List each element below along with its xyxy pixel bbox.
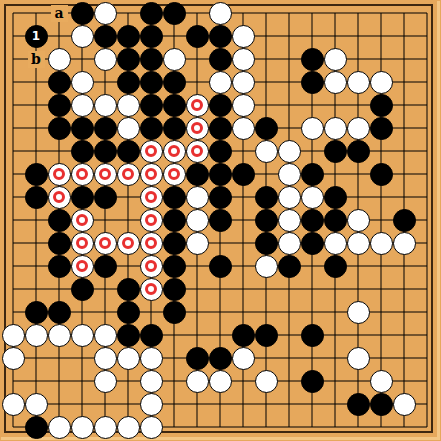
- black-stone: [117, 48, 140, 71]
- circled-white-stone: [140, 278, 163, 301]
- numbered-black-stone: 1: [25, 25, 48, 48]
- white-stone: [140, 393, 163, 416]
- white-stone: [48, 48, 71, 71]
- white-stone: [232, 48, 255, 71]
- black-stone: [48, 232, 71, 255]
- point-label-a: a: [51, 5, 68, 22]
- circle-marker: [145, 145, 157, 157]
- white-stone: [232, 71, 255, 94]
- circled-white-stone: [140, 163, 163, 186]
- black-stone: [393, 209, 416, 232]
- white-stone: [278, 186, 301, 209]
- circled-white-stone: [117, 163, 140, 186]
- black-stone: [255, 117, 278, 140]
- white-stone: [71, 94, 94, 117]
- black-stone: [209, 25, 232, 48]
- circle-marker: [99, 168, 111, 180]
- black-stone: [117, 25, 140, 48]
- circle-marker: [122, 237, 134, 249]
- black-stone: [117, 140, 140, 163]
- white-stone: [25, 393, 48, 416]
- black-stone: [324, 209, 347, 232]
- circle-marker: [191, 99, 203, 111]
- black-stone: [71, 2, 94, 25]
- black-stone: [140, 117, 163, 140]
- circle-marker: [145, 283, 157, 295]
- circle-marker: [168, 168, 180, 180]
- black-stone: [117, 324, 140, 347]
- black-stone: [186, 163, 209, 186]
- white-stone: [117, 347, 140, 370]
- black-stone: [209, 209, 232, 232]
- move-number: 1: [32, 30, 40, 42]
- circle-marker: [145, 260, 157, 272]
- white-stone: [209, 370, 232, 393]
- black-stone: [140, 71, 163, 94]
- black-stone: [347, 140, 370, 163]
- circled-white-stone: [117, 232, 140, 255]
- black-stone: [140, 324, 163, 347]
- white-stone: [140, 347, 163, 370]
- black-stone: [370, 117, 393, 140]
- white-stone: [278, 140, 301, 163]
- white-stone: [209, 2, 232, 25]
- white-stone: [71, 324, 94, 347]
- white-stone: [324, 48, 347, 71]
- black-stone: [140, 25, 163, 48]
- black-stone: [255, 209, 278, 232]
- circled-white-stone: [48, 186, 71, 209]
- black-stone: [209, 94, 232, 117]
- white-stone: [186, 370, 209, 393]
- circle-marker: [53, 191, 65, 203]
- circle-marker: [145, 191, 157, 203]
- black-stone: [370, 163, 393, 186]
- black-stone: [71, 278, 94, 301]
- black-stone: [301, 163, 324, 186]
- white-stone: [209, 71, 232, 94]
- white-stone: [186, 186, 209, 209]
- black-stone: [117, 278, 140, 301]
- black-stone: [94, 186, 117, 209]
- black-stone: [209, 140, 232, 163]
- black-stone: [163, 71, 186, 94]
- black-stone: [209, 48, 232, 71]
- white-stone: [370, 232, 393, 255]
- white-stone: [117, 117, 140, 140]
- circle-marker: [191, 122, 203, 134]
- white-stone: [255, 370, 278, 393]
- black-stone: [71, 117, 94, 140]
- black-stone: [163, 278, 186, 301]
- black-stone: [163, 94, 186, 117]
- white-stone: [94, 347, 117, 370]
- circle-marker: [122, 168, 134, 180]
- white-stone: [232, 25, 255, 48]
- black-stone: [25, 163, 48, 186]
- black-stone: [347, 393, 370, 416]
- white-stone: [301, 186, 324, 209]
- circle-marker: [99, 237, 111, 249]
- white-stone: [2, 393, 25, 416]
- circled-white-stone: [186, 140, 209, 163]
- circled-white-stone: [140, 232, 163, 255]
- white-stone: [393, 393, 416, 416]
- circled-white-stone: [71, 255, 94, 278]
- black-stone: [163, 255, 186, 278]
- black-stone: [255, 186, 278, 209]
- circle-marker: [53, 168, 65, 180]
- white-stone: [324, 117, 347, 140]
- white-stone: [255, 140, 278, 163]
- circled-white-stone: [163, 140, 186, 163]
- white-stone: [324, 232, 347, 255]
- black-stone: [209, 255, 232, 278]
- circled-white-stone: [140, 255, 163, 278]
- white-stone: [186, 209, 209, 232]
- point-label-b: b: [28, 51, 45, 68]
- black-stone: [140, 48, 163, 71]
- black-stone: [301, 48, 324, 71]
- black-stone: [301, 324, 324, 347]
- black-stone: [140, 94, 163, 117]
- white-stone: [94, 94, 117, 117]
- black-stone: [324, 255, 347, 278]
- circled-white-stone: [71, 232, 94, 255]
- white-stone: [370, 71, 393, 94]
- black-stone: [117, 71, 140, 94]
- black-stone: [255, 232, 278, 255]
- black-stone: [163, 117, 186, 140]
- white-stone: [71, 71, 94, 94]
- white-stone: [278, 163, 301, 186]
- black-stone: [301, 209, 324, 232]
- white-stone: [94, 416, 117, 439]
- white-stone: [94, 324, 117, 347]
- white-stone: [393, 232, 416, 255]
- white-stone: [278, 209, 301, 232]
- circle-marker: [145, 214, 157, 226]
- circled-white-stone: [71, 209, 94, 232]
- circle-marker: [191, 145, 203, 157]
- black-stone: [324, 140, 347, 163]
- black-stone: [25, 186, 48, 209]
- white-stone: [232, 117, 255, 140]
- black-stone: [71, 186, 94, 209]
- circle-marker: [168, 145, 180, 157]
- black-stone: [163, 301, 186, 324]
- white-stone: [301, 117, 324, 140]
- black-stone: [48, 117, 71, 140]
- black-stone: [186, 25, 209, 48]
- black-stone: [186, 347, 209, 370]
- white-stone: [324, 71, 347, 94]
- black-stone: [255, 324, 278, 347]
- circled-white-stone: [186, 94, 209, 117]
- black-stone: [117, 301, 140, 324]
- circled-white-stone: [140, 140, 163, 163]
- black-stone: [301, 370, 324, 393]
- black-stone: [278, 255, 301, 278]
- white-stone: [117, 416, 140, 439]
- black-stone: [324, 186, 347, 209]
- black-stone: [163, 232, 186, 255]
- circle-marker: [145, 168, 157, 180]
- white-stone: [163, 48, 186, 71]
- circle-marker: [76, 214, 88, 226]
- white-stone: [186, 232, 209, 255]
- circled-white-stone: [71, 163, 94, 186]
- white-stone: [71, 25, 94, 48]
- go-diagram: 1ab: [0, 0, 441, 441]
- black-stone: [163, 186, 186, 209]
- white-stone: [347, 232, 370, 255]
- white-stone: [347, 301, 370, 324]
- circle-marker: [145, 237, 157, 249]
- white-stone: [347, 209, 370, 232]
- white-stone: [94, 48, 117, 71]
- white-stone: [48, 416, 71, 439]
- white-stone: [232, 94, 255, 117]
- black-stone: [140, 2, 163, 25]
- black-stone: [163, 209, 186, 232]
- black-stone: [94, 140, 117, 163]
- black-stone: [25, 416, 48, 439]
- circle-marker: [76, 168, 88, 180]
- white-stone: [94, 370, 117, 393]
- circled-white-stone: [48, 163, 71, 186]
- black-stone: [48, 209, 71, 232]
- circled-white-stone: [163, 163, 186, 186]
- black-stone: [301, 71, 324, 94]
- black-stone: [370, 94, 393, 117]
- white-stone: [370, 370, 393, 393]
- black-stone: [94, 255, 117, 278]
- white-stone: [94, 2, 117, 25]
- black-stone: [209, 186, 232, 209]
- black-stone: [48, 94, 71, 117]
- black-stone: [25, 301, 48, 324]
- white-stone: [2, 324, 25, 347]
- white-stone: [25, 324, 48, 347]
- white-stone: [140, 416, 163, 439]
- white-stone: [140, 370, 163, 393]
- white-stone: [2, 347, 25, 370]
- black-stone: [301, 232, 324, 255]
- black-stone: [94, 25, 117, 48]
- circled-white-stone: [140, 186, 163, 209]
- circled-white-stone: [186, 117, 209, 140]
- black-stone: [163, 2, 186, 25]
- white-stone: [347, 71, 370, 94]
- circled-white-stone: [94, 232, 117, 255]
- black-stone: [71, 140, 94, 163]
- white-stone: [71, 416, 94, 439]
- circled-white-stone: [94, 163, 117, 186]
- black-stone: [94, 117, 117, 140]
- white-stone: [347, 117, 370, 140]
- black-stone: [209, 347, 232, 370]
- black-stone: [232, 324, 255, 347]
- black-stone: [48, 301, 71, 324]
- white-stone: [117, 94, 140, 117]
- white-stone: [278, 232, 301, 255]
- black-stone: [48, 71, 71, 94]
- black-stone: [370, 393, 393, 416]
- circled-white-stone: [140, 209, 163, 232]
- white-stone: [48, 324, 71, 347]
- black-stone: [209, 163, 232, 186]
- circle-marker: [76, 260, 88, 272]
- black-stone: [232, 163, 255, 186]
- black-stone: [48, 255, 71, 278]
- white-stone: [347, 347, 370, 370]
- white-stone: [255, 255, 278, 278]
- circle-marker: [76, 237, 88, 249]
- black-stone: [209, 117, 232, 140]
- white-stone: [232, 347, 255, 370]
